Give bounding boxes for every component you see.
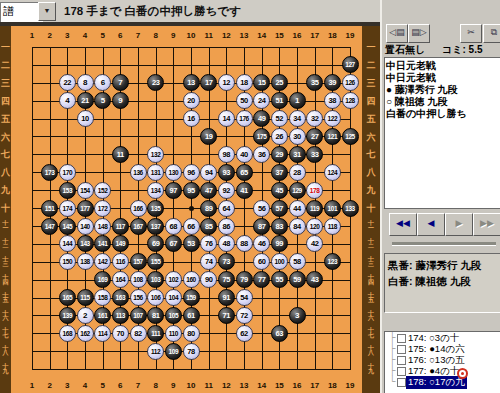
stone-1[interactable]: 1 (289, 92, 306, 109)
stone-145[interactable]: 145 (59, 218, 76, 235)
col-label: 5 (100, 31, 104, 40)
col-label: 11 (204, 381, 212, 390)
stone-137[interactable]: 137 (147, 218, 164, 235)
move-checkbox[interactable] (397, 367, 406, 376)
move-checkbox[interactable] (397, 334, 406, 343)
col-label: 9 (171, 381, 175, 390)
stone-162[interactable]: 162 (77, 325, 94, 342)
stone-72[interactable]: 72 (236, 307, 253, 324)
col-label: 11 (204, 31, 212, 40)
stone-131[interactable]: 131 (147, 164, 164, 181)
stone-12[interactable]: 12 (218, 74, 235, 91)
stone-114[interactable]: 114 (94, 325, 111, 342)
stone-122[interactable]: 122 (324, 110, 341, 127)
stone-38[interactable]: 38 (324, 92, 341, 109)
stone-148[interactable]: 148 (94, 218, 111, 235)
stone-163[interactable]: 163 (112, 289, 129, 306)
stone-45[interactable]: 45 (271, 182, 288, 199)
stone-25[interactable]: 25 (271, 74, 288, 91)
col-label: 10 (187, 31, 196, 40)
row-label: 十 (1, 202, 10, 215)
stone-70[interactable]: 70 (112, 325, 129, 342)
col-label: 3 (65, 381, 69, 390)
col-label: 16 (293, 381, 302, 390)
stone-139[interactable]: 139 (59, 307, 76, 324)
stone-133[interactable]: 133 (342, 200, 359, 217)
tree-branch-icon: ├ (389, 365, 395, 375)
col-label: 15 (275, 381, 284, 390)
stone-107[interactable]: 107 (130, 307, 147, 324)
kifu-select-combobox[interactable]: 譜 (0, 2, 43, 23)
stone-147[interactable]: 147 (41, 218, 58, 235)
stone-172[interactable]: 172 (94, 200, 111, 217)
row-label: 三 (1, 76, 10, 89)
combobox-dropdown-icon[interactable]: ▼ (38, 2, 56, 21)
stone-28[interactable]: 28 (289, 164, 306, 181)
col-label: 7 (136, 381, 140, 390)
stone-97[interactable]: 97 (165, 182, 182, 199)
stone-61[interactable]: 61 (183, 307, 200, 324)
move-list-item[interactable]: └178: ○17の九 (385, 376, 500, 387)
stone-92[interactable]: 92 (218, 182, 235, 199)
prev-move-button[interactable]: ◀ (417, 213, 445, 236)
stone-153[interactable]: 153 (59, 182, 76, 199)
row-label: 十 三 (3, 257, 9, 267)
stone-89[interactable]: 89 (200, 200, 217, 217)
row-label: 十 七 (3, 328, 9, 338)
stone-55[interactable]: 55 (271, 271, 288, 288)
tree-branch-icon: └ (389, 376, 395, 386)
stone-115[interactable]: 115 (77, 289, 94, 306)
stone-85[interactable]: 85 (200, 218, 217, 235)
stone-95[interactable]: 95 (183, 182, 200, 199)
stone-101[interactable]: 101 (324, 200, 341, 217)
stone-129[interactable]: 129 (289, 182, 306, 199)
stone-2[interactable]: 2 (77, 307, 94, 324)
stone-11[interactable]: 11 (112, 146, 129, 163)
stone-118[interactable]: 118 (324, 218, 341, 235)
row-label: 八 (1, 166, 10, 179)
stone-121[interactable]: 121 (324, 128, 341, 145)
stone-154[interactable]: 154 (77, 182, 94, 199)
move-checkbox[interactable] (397, 356, 406, 365)
komi-label: コミ: 5.5 (442, 43, 482, 57)
stone-124[interactable]: 124 (324, 164, 341, 181)
stone-110[interactable]: 110 (165, 325, 182, 342)
prev-record-button[interactable]: ◁▤ (386, 24, 408, 43)
col-label: 8 (153, 381, 157, 390)
right-panel: ◁▤ ▤▷ ✂ ⧉ 置石無し コミ: 5.5 中日元老戦 中日元老戦 ● 藤澤秀… (380, 0, 500, 393)
col-label: 17 (310, 31, 319, 40)
stone-80[interactable]: 80 (183, 325, 200, 342)
row-label: 十 二 (368, 239, 374, 249)
stone-40[interactable]: 40 (236, 146, 253, 163)
stone-29[interactable]: 29 (271, 146, 288, 163)
stone-21[interactable]: 21 (77, 92, 94, 109)
row-label: 十 (367, 202, 376, 215)
stone-116[interactable]: 116 (112, 253, 129, 270)
tree-branch-icon: ├ (389, 354, 395, 364)
row-label: 四 (367, 94, 376, 107)
move-list-item[interactable]: ├175: ●14の六 (385, 343, 500, 354)
stone-79[interactable]: 79 (236, 271, 253, 288)
stone-132[interactable]: 132 (147, 146, 164, 163)
handicap-label: 置石無し (385, 43, 425, 57)
row-label: 三 (367, 76, 376, 89)
col-label: 6 (118, 31, 122, 40)
stone-105[interactable]: 105 (165, 307, 182, 324)
stone-128[interactable]: 128 (342, 92, 359, 109)
stone-125[interactable]: 125 (342, 128, 359, 145)
col-label: 18 (328, 381, 337, 390)
row-label: 十 九 (368, 364, 374, 374)
stone-134[interactable]: 134 (147, 182, 164, 199)
stone-51[interactable]: 51 (271, 92, 288, 109)
move-text: 178: ○17の九 (406, 376, 467, 389)
stone-37[interactable]: 37 (271, 164, 288, 181)
stone-136[interactable]: 136 (130, 164, 147, 181)
stone-33[interactable]: 33 (306, 146, 323, 163)
navigation-toolbar: ◀◀ ◀ ▶ ▶▶ (384, 208, 500, 252)
stone-53[interactable]: 53 (183, 235, 200, 252)
stone-167[interactable]: 167 (130, 218, 147, 235)
stone-150[interactable]: 150 (59, 253, 76, 270)
stone-52[interactable]: 52 (271, 110, 288, 127)
stone-104[interactable]: 104 (165, 289, 182, 306)
stone-20[interactable]: 20 (183, 92, 200, 109)
cut-button[interactable]: ✂ (460, 24, 482, 43)
stone-111[interactable]: 111 (147, 325, 164, 342)
stone-84[interactable]: 84 (289, 218, 306, 235)
row-label: 七 (1, 148, 10, 161)
go-board[interactable]: 1122334455667788991010111112121313141415… (0, 26, 382, 393)
stone-173[interactable]: 173 (41, 164, 58, 181)
row-label: 五 (367, 112, 376, 125)
stone-86[interactable]: 86 (218, 218, 235, 235)
stone-130[interactable]: 130 (165, 164, 182, 181)
stone-140[interactable]: 140 (77, 218, 94, 235)
stone-120[interactable]: 120 (306, 218, 323, 235)
tree-branch-icon: ├ (389, 343, 395, 353)
stone-100[interactable]: 100 (271, 253, 288, 270)
mouse-cursor-icon (457, 368, 468, 379)
stone-91[interactable]: 91 (218, 289, 235, 306)
stone-98[interactable]: 98 (218, 146, 235, 163)
stone-62[interactable]: 62 (236, 325, 253, 342)
col-label: 14 (257, 381, 266, 390)
stone-65[interactable]: 65 (236, 164, 253, 181)
kifu-viewer-window: 譜 ▼ 178 手まで 白番の中押し勝ちです 11223344556677889… (0, 0, 500, 393)
stone-54[interactable]: 54 (236, 289, 253, 306)
stone-87[interactable]: 87 (253, 218, 270, 235)
col-label: 12 (222, 31, 231, 40)
stone-63[interactable]: 63 (271, 325, 288, 342)
stone-157[interactable]: 157 (130, 253, 147, 270)
stone-166[interactable]: 166 (130, 200, 147, 217)
row-label: 十 一 (368, 221, 374, 231)
col-label: 8 (153, 31, 157, 40)
row-label: 九 (1, 184, 10, 197)
col-label: 15 (275, 31, 284, 40)
move-list-item[interactable]: ├177: ●4の十 (385, 365, 500, 376)
col-label: 19 (346, 31, 355, 40)
col-label: 3 (65, 31, 69, 40)
col-label: 10 (187, 381, 196, 390)
col-label: 5 (100, 381, 104, 390)
stone-96[interactable]: 96 (183, 164, 200, 181)
stone-31[interactable]: 31 (289, 146, 306, 163)
col-label: 7 (136, 31, 140, 40)
row-label: 十 四 (3, 275, 9, 285)
stone-7[interactable]: 7 (112, 74, 129, 91)
stone-22[interactable]: 22 (59, 74, 76, 91)
stone-64[interactable]: 64 (218, 200, 235, 217)
row-label: 十 五 (368, 293, 374, 303)
move-list-item[interactable]: ├176: ○13の五 (385, 354, 500, 365)
stone-112[interactable]: 112 (147, 343, 164, 360)
col-label: 4 (83, 31, 87, 40)
stone-174[interactable]: 174 (59, 200, 76, 217)
stone-108[interactable]: 108 (130, 271, 147, 288)
stone-170[interactable]: 170 (59, 164, 76, 181)
row-label: 十 四 (368, 275, 374, 285)
row-label: 四 (1, 94, 10, 107)
stone-88[interactable]: 88 (236, 235, 253, 252)
stone-18[interactable]: 18 (236, 74, 253, 91)
stone-93[interactable]: 93 (218, 164, 235, 181)
copy-button[interactable]: ⧉ (483, 24, 500, 43)
next-record-button[interactable]: ▤▷ (408, 24, 430, 43)
row-label: 五 (1, 112, 10, 125)
stone-73[interactable]: 73 (218, 253, 235, 270)
stone-135[interactable]: 135 (147, 200, 164, 217)
col-label: 13 (240, 381, 249, 390)
stone-4[interactable]: 4 (59, 92, 76, 109)
last-move-button[interactable]: ▶▶ (473, 213, 500, 236)
row-label: 十 六 (3, 311, 9, 321)
row-label: 十 一 (3, 221, 9, 231)
stone-126[interactable]: 126 (342, 74, 359, 91)
game-info-box: 中日元老戦 中日元老戦 ● 藤澤秀行 九段 ○ 陳祖徳 九段 白番の中押し勝ち (384, 57, 500, 211)
row-label: 七 (367, 148, 376, 161)
stone-159[interactable]: 159 (183, 289, 200, 306)
stone-117[interactable]: 117 (112, 218, 129, 235)
col-label: 9 (171, 31, 175, 40)
row-label: 十 七 (368, 328, 374, 338)
row-label: 九 (367, 184, 376, 197)
move-slider[interactable] (392, 242, 496, 246)
row-label: 一 (367, 41, 376, 54)
col-label: 1 (30, 31, 34, 40)
row-label: 十 八 (368, 346, 374, 356)
stone-66[interactable]: 66 (183, 218, 200, 235)
move-list[interactable]: ├174: ○3の十├175: ●14の六├176: ○13の五├177: ●4… (384, 331, 500, 393)
stone-152[interactable]: 152 (94, 182, 111, 199)
row-label: 二 (1, 58, 10, 71)
stone-113[interactable]: 113 (112, 307, 129, 324)
stone-176[interactable]: 176 (236, 110, 253, 127)
col-label: 6 (118, 381, 122, 390)
stone-168[interactable]: 168 (59, 325, 76, 342)
stone-16[interactable]: 16 (183, 110, 200, 127)
stone-34[interactable]: 34 (289, 110, 306, 127)
stone-3[interactable]: 3 (289, 307, 306, 324)
stone-178[interactable]: 178 (306, 182, 323, 199)
col-label: 4 (83, 381, 87, 390)
row-label: 十 九 (3, 364, 9, 374)
stone-41[interactable]: 41 (236, 182, 253, 199)
stone-44[interactable]: 44 (289, 200, 306, 217)
stone-127[interactable]: 127 (342, 56, 359, 73)
next-move-button[interactable]: ▶ (445, 213, 473, 236)
stone-83[interactable]: 83 (271, 218, 288, 235)
row-label: 十 六 (368, 311, 374, 321)
move-checkbox[interactable] (397, 378, 406, 387)
row-label: 十 三 (368, 257, 374, 267)
stone-26[interactable]: 26 (271, 128, 288, 145)
stone-39[interactable]: 39 (324, 74, 341, 91)
players-box: 黒番: 藤澤秀行 九段 白番: 陳祖徳 九段 (384, 253, 500, 313)
stone-151[interactable]: 151 (41, 200, 58, 217)
stone-119[interactable]: 119 (306, 200, 323, 217)
col-label: 19 (346, 381, 355, 390)
stone-56[interactable]: 56 (253, 200, 270, 217)
stone-36[interactable]: 36 (253, 146, 270, 163)
stone-59[interactable]: 59 (289, 271, 306, 288)
stone-47[interactable]: 47 (200, 182, 217, 199)
stone-30[interactable]: 30 (289, 128, 306, 145)
stone-156[interactable]: 156 (130, 289, 147, 306)
stone-160[interactable]: 160 (183, 271, 200, 288)
first-move-button[interactable]: ◀◀ (389, 213, 417, 236)
move-checkbox[interactable] (397, 345, 406, 354)
row-label: 十 五 (3, 293, 9, 303)
stone-164[interactable]: 164 (112, 271, 129, 288)
col-label: 2 (47, 381, 51, 390)
stone-58[interactable]: 58 (289, 253, 306, 270)
stone-138[interactable]: 138 (77, 253, 94, 270)
col-label: 1 (30, 381, 34, 390)
row-label: 八 (367, 166, 376, 179)
stone-14[interactable]: 14 (218, 110, 235, 127)
stone-75[interactable]: 75 (218, 271, 235, 288)
move-list-item[interactable]: ├174: ○3の十 (385, 332, 500, 343)
stone-109[interactable]: 109 (165, 343, 182, 360)
stone-143[interactable]: 143 (77, 235, 94, 252)
row-label: 十 八 (3, 346, 9, 356)
row-label: 十 二 (3, 239, 9, 249)
stone-78[interactable]: 78 (183, 343, 200, 360)
stone-50[interactable]: 50 (236, 92, 253, 109)
stone-71[interactable]: 71 (218, 307, 235, 324)
stone-57[interactable]: 57 (271, 200, 288, 217)
game-result-status: 178 手まで 白番の中押し勝ちです (64, 4, 241, 19)
col-label: 17 (310, 381, 319, 390)
tree-branch-icon: ├ (389, 332, 395, 342)
stone-123[interactable]: 123 (324, 253, 341, 270)
col-label: 14 (257, 31, 266, 40)
stone-13[interactable]: 13 (183, 74, 200, 91)
row-label: 二 (367, 58, 376, 71)
row-label: 六 (1, 130, 10, 143)
stone-102[interactable]: 102 (165, 271, 182, 288)
stone-165[interactable]: 165 (59, 289, 76, 306)
stone-9[interactable]: 9 (112, 92, 129, 109)
row-label: 一 (1, 41, 10, 54)
col-label: 13 (240, 31, 249, 40)
col-label: 16 (293, 31, 302, 40)
col-label: 2 (47, 31, 51, 40)
col-label: 18 (328, 31, 337, 40)
stone-10[interactable]: 10 (77, 110, 94, 127)
stone-68[interactable]: 68 (165, 218, 182, 235)
col-label: 12 (222, 381, 231, 390)
stone-82[interactable]: 82 (130, 325, 147, 342)
stone-177[interactable]: 177 (77, 200, 94, 217)
row-label: 六 (367, 130, 376, 143)
stone-8[interactable]: 8 (77, 74, 94, 91)
stone-94[interactable]: 94 (200, 164, 217, 181)
